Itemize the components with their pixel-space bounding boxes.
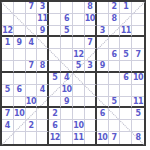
cell-r10c12[interactable]: 5: [132, 108, 144, 120]
cell-r11c9[interactable]: [97, 120, 109, 132]
cell-r12c1[interactable]: [2, 132, 14, 144]
cell-r10c11[interactable]: [120, 108, 132, 120]
cell-r11c11[interactable]: [120, 120, 132, 132]
cell-r12c8[interactable]: [85, 132, 97, 144]
cell-r3c10[interactable]: [109, 26, 121, 38]
cell-r6c4[interactable]: 8: [37, 61, 49, 73]
cell-r11c2[interactable]: [14, 120, 26, 132]
cell-r11c6[interactable]: [61, 120, 73, 132]
cell-r11c1[interactable]: 4: [2, 120, 14, 132]
cell-r11c12[interactable]: [132, 120, 144, 132]
cell-r10c3[interactable]: [26, 108, 38, 120]
cell-r9c10[interactable]: 5: [109, 97, 121, 109]
cell-r9c11[interactable]: [120, 97, 132, 109]
cell-r3c6[interactable]: 5: [61, 26, 73, 38]
cell-r8c2[interactable]: 6: [14, 85, 26, 97]
cell-r6c12[interactable]: [132, 61, 144, 73]
cell-r12c10[interactable]: 7: [109, 132, 121, 144]
cell-r4c3[interactable]: 4: [26, 37, 38, 49]
cell-r2c3[interactable]: [26, 14, 38, 26]
cell-r10c6[interactable]: [61, 108, 73, 120]
cell-r12c3[interactable]: [26, 132, 38, 144]
cell-r1c3[interactable]: 7: [26, 2, 38, 14]
cell-r10c9[interactable]: 6: [97, 108, 109, 120]
cell-r2c4[interactable]: 11: [37, 14, 49, 26]
cell-r9c6[interactable]: 9: [61, 97, 73, 109]
cell-r2c12[interactable]: [132, 14, 144, 26]
cell-r3c4[interactable]: 9: [37, 26, 49, 38]
cell-r7c10[interactable]: [109, 73, 121, 85]
cell-r4c5[interactable]: [49, 37, 61, 49]
cell-r2c8[interactable]: 10: [85, 14, 97, 26]
cell-r12c12[interactable]: 8: [132, 132, 144, 144]
cell-r5c9[interactable]: [97, 49, 109, 61]
cell-r11c10[interactable]: [109, 120, 121, 132]
cell-r6c9[interactable]: 9: [97, 61, 109, 73]
cell-r5c1[interactable]: [2, 49, 14, 61]
cell-r7c5[interactable]: 5: [49, 73, 61, 85]
cell-r8c9[interactable]: [97, 85, 109, 97]
cell-r6c11[interactable]: [120, 61, 132, 73]
cell-r5c8[interactable]: [85, 49, 97, 61]
cell-r2c6[interactable]: 6: [61, 14, 73, 26]
cell-r5c10[interactable]: 6: [109, 49, 121, 61]
cell-r12c11[interactable]: [120, 132, 132, 144]
cell-r1c4[interactable]: 3: [37, 2, 49, 14]
cell-r11c7[interactable]: 10: [73, 120, 85, 132]
cell-r1c5[interactable]: [49, 2, 61, 14]
cell-r7c6[interactable]: 4: [61, 73, 73, 85]
cell-r3c3[interactable]: [26, 26, 38, 38]
cell-r1c6[interactable]: [61, 2, 73, 14]
cell-r4c7[interactable]: [73, 37, 85, 49]
cell-r6c8[interactable]: 3: [85, 61, 97, 73]
cell-r4c4[interactable]: [37, 37, 49, 49]
cell-r10c1[interactable]: 7: [2, 108, 14, 120]
cell-r9c2[interactable]: [14, 97, 26, 109]
cell-r8c3[interactable]: [26, 85, 38, 97]
cell-r11c5[interactable]: 6: [49, 120, 61, 132]
cell-r1c9[interactable]: [97, 2, 109, 14]
cell-r9c7[interactable]: [73, 97, 85, 109]
cell-r8c12[interactable]: [132, 85, 144, 97]
cell-r12c7[interactable]: 11: [73, 132, 85, 144]
cell-r4c11[interactable]: [120, 37, 132, 49]
cell-r7c12[interactable]: 10: [132, 73, 144, 85]
cell-r7c2[interactable]: [14, 73, 26, 85]
cell-r12c5[interactable]: 12: [49, 132, 61, 144]
cell-r8c1[interactable]: 5: [2, 85, 14, 97]
cell-r1c12[interactable]: [132, 2, 144, 14]
cell-r6c3[interactable]: 7: [26, 61, 38, 73]
cell-r3c2[interactable]: [14, 26, 26, 38]
cell-r10c4[interactable]: [37, 108, 49, 120]
cell-r5c3[interactable]: [26, 49, 38, 61]
cell-r10c5[interactable]: 2: [49, 108, 61, 120]
cell-r9c12[interactable]: 11: [132, 97, 144, 109]
cell-r5c2[interactable]: [14, 49, 26, 61]
cell-r3c7[interactable]: [73, 26, 85, 38]
sudoku-board: 7382111610812953111947126577853954610564…: [0, 0, 146, 146]
cell-r10c10[interactable]: [109, 108, 121, 120]
cell-r1c11[interactable]: 1: [120, 2, 132, 14]
cell-r7c4[interactable]: [37, 73, 49, 85]
sudoku-grid: 7382111610812953111947126577853954610564…: [2, 2, 144, 144]
cell-r4c6[interactable]: [61, 37, 73, 49]
cell-r6c1[interactable]: [2, 61, 14, 73]
cell-r3c9[interactable]: 3: [97, 26, 109, 38]
cell-r3c5[interactable]: [49, 26, 61, 38]
cell-r8c5[interactable]: [49, 85, 61, 97]
cell-r2c5[interactable]: [49, 14, 61, 26]
cell-r3c12[interactable]: [132, 26, 144, 38]
cell-r10c2[interactable]: 10: [14, 108, 26, 120]
cell-r6c2[interactable]: [14, 61, 26, 73]
cell-r4c9[interactable]: [97, 37, 109, 49]
cell-r12c9[interactable]: 10: [97, 132, 109, 144]
cell-r6c10[interactable]: [109, 61, 121, 73]
cell-r3c8[interactable]: [85, 26, 97, 38]
cell-r6c6[interactable]: [61, 61, 73, 73]
cell-r9c5[interactable]: [49, 97, 61, 109]
cell-r1c8[interactable]: 8: [85, 2, 97, 14]
cell-r8c4[interactable]: 4: [37, 85, 49, 97]
cell-r1c1[interactable]: [2, 2, 14, 14]
cell-r2c7[interactable]: [73, 14, 85, 26]
cell-r10c7[interactable]: [73, 108, 85, 120]
cell-r2c1[interactable]: [2, 14, 14, 26]
cell-r7c3[interactable]: [26, 73, 38, 85]
cell-r10c8[interactable]: [85, 108, 97, 120]
cell-r7c1[interactable]: [2, 73, 14, 85]
cell-r7c11[interactable]: 6: [120, 73, 132, 85]
cell-r9c8[interactable]: [85, 97, 97, 109]
cell-r4c1[interactable]: 1: [2, 37, 14, 49]
cell-r1c7[interactable]: [73, 2, 85, 14]
cell-r8c8[interactable]: [85, 85, 97, 97]
cell-r8c10[interactable]: [109, 85, 121, 97]
cell-r11c3[interactable]: 2: [26, 120, 38, 132]
cell-r8c11[interactable]: [120, 85, 132, 97]
cell-r7c9[interactable]: [97, 73, 109, 85]
cell-r3c11[interactable]: 11: [120, 26, 132, 38]
cell-r12c6[interactable]: [61, 132, 73, 144]
cell-r9c9[interactable]: [97, 97, 109, 109]
cell-r9c1[interactable]: [2, 97, 14, 109]
cell-r3c1[interactable]: 12: [2, 26, 14, 38]
cell-r6c5[interactable]: [49, 61, 61, 73]
cell-r5c11[interactable]: 5: [120, 49, 132, 61]
cell-r5c5[interactable]: [49, 49, 61, 61]
cell-r2c9[interactable]: [97, 14, 109, 26]
cell-r2c10[interactable]: 8: [109, 14, 121, 26]
cell-r5c7[interactable]: 12: [73, 49, 85, 61]
cell-r7c8[interactable]: [85, 73, 97, 85]
cell-r4c10[interactable]: [109, 37, 121, 49]
cell-r1c10[interactable]: 2: [109, 2, 121, 14]
cell-r9c4[interactable]: [37, 97, 49, 109]
cell-r11c4[interactable]: [37, 120, 49, 132]
cell-r8c7[interactable]: [73, 85, 85, 97]
cell-r5c4[interactable]: [37, 49, 49, 61]
cell-r11c8[interactable]: [85, 120, 97, 132]
sudoku-screenshot: 7382111610812953111947126577853954610564…: [0, 0, 150, 150]
cell-r4c12[interactable]: [132, 37, 144, 49]
cell-r5c6[interactable]: [61, 49, 73, 61]
cell-r4c8[interactable]: 7: [85, 37, 97, 49]
cell-r1c2[interactable]: [14, 2, 26, 14]
cell-r12c2[interactable]: [14, 132, 26, 144]
cell-r2c11[interactable]: [120, 14, 132, 26]
cell-r9c3[interactable]: 10: [26, 97, 38, 109]
cell-r6c7[interactable]: 5: [73, 61, 85, 73]
cell-r12c4[interactable]: [37, 132, 49, 144]
cell-r8c6[interactable]: 10: [61, 85, 73, 97]
cell-r2c2[interactable]: [14, 14, 26, 26]
cell-r4c2[interactable]: 9: [14, 37, 26, 49]
cell-r5c12[interactable]: 7: [132, 49, 144, 61]
cell-r7c7[interactable]: [73, 73, 85, 85]
